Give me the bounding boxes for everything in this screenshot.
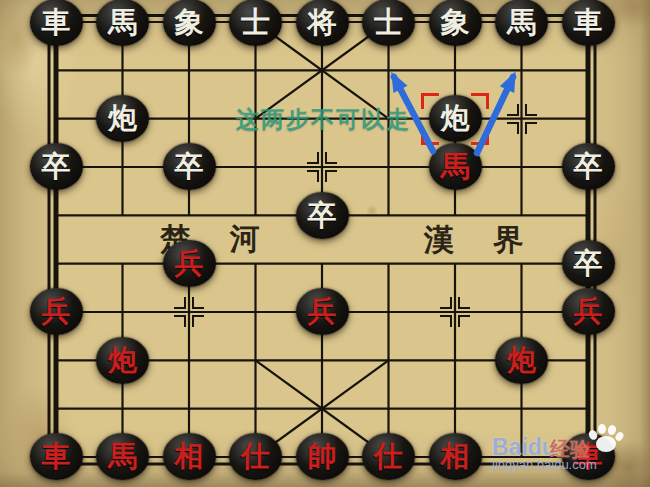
piece-red-horse: 馬: [96, 433, 149, 480]
piece-red-chariot: 車: [30, 433, 83, 480]
points-grid: 車馬象士将士象馬車炮炮卒卒卒卒卒馬兵兵兵兵炮炮車馬相仕帥仕相車: [23, 0, 622, 481]
point-marker: [174, 297, 204, 327]
piece-red-elephant: 相: [429, 433, 482, 480]
piece-black-cannon: 炮: [96, 95, 149, 142]
piece-black-horse: 馬: [495, 0, 548, 46]
piece-red-advisor: 仕: [229, 433, 282, 480]
piece-red-general: 帥: [296, 433, 349, 480]
piece-black-elephant: 象: [163, 0, 216, 46]
piece-black-general: 将: [296, 0, 349, 46]
piece-red-elephant: 相: [163, 433, 216, 480]
xiangqi-tutorial-screenshot: 楚 河 漢 界 这两步不可以走 車馬象士将士象馬車炮炮卒卒卒卒卒馬兵兵兵兵炮炮車…: [0, 0, 650, 487]
piece-black-elephant: 象: [429, 0, 482, 46]
piece-black-soldier: 卒: [296, 192, 349, 239]
piece-black-horse: 馬: [96, 0, 149, 46]
piece-red-soldier: 兵: [163, 240, 216, 287]
piece-black-chariot: 車: [30, 0, 83, 46]
piece-black-advisor: 士: [362, 0, 415, 46]
piece-red-chariot: 車: [562, 433, 615, 480]
point-marker: [307, 152, 337, 182]
piece-red-cannon: 炮: [495, 337, 548, 384]
piece-red-horse: 馬: [429, 143, 482, 190]
piece-black-advisor: 士: [229, 0, 282, 46]
move-highlight-bracket: [421, 93, 489, 145]
piece-red-soldier: 兵: [30, 288, 83, 335]
piece-red-advisor: 仕: [362, 433, 415, 480]
piece-red-cannon: 炮: [96, 337, 149, 384]
piece-black-soldier: 卒: [562, 240, 615, 287]
piece-black-chariot: 車: [562, 0, 615, 46]
piece-red-soldier: 兵: [562, 288, 615, 335]
piece-red-soldier: 兵: [296, 288, 349, 335]
point-marker: [440, 297, 470, 327]
piece-black-soldier: 卒: [163, 143, 216, 190]
piece-black-soldier: 卒: [30, 143, 83, 190]
piece-black-soldier: 卒: [562, 143, 615, 190]
point-marker: [507, 104, 537, 134]
